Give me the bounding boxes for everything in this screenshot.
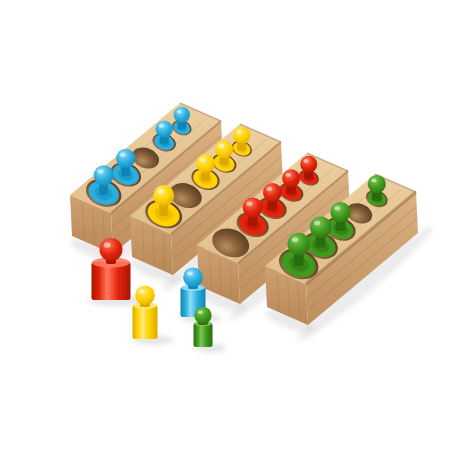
cylinder-knob [282,169,300,187]
cylinder-knob [153,185,174,206]
knob-highlight [334,206,340,210]
cylinder-knob [196,154,215,173]
cylinder-knob [233,127,250,144]
knob-highlight [286,173,291,177]
cylinder-knob [135,285,155,305]
cylinder-knob [156,120,173,137]
knob-highlight [198,310,203,314]
cylinder-knob [194,307,211,324]
cylinder-knob [174,107,190,123]
scene-canvas [0,0,452,452]
cylinder-knob [300,156,317,173]
knob-highlight [267,187,273,191]
knob-highlight [292,237,299,242]
knob-highlight [371,179,376,183]
knob-highlight [120,153,126,157]
cylinder-body [133,305,158,339]
cylinder-knob [183,267,203,287]
knob-highlight [246,202,252,206]
cylinder-body [194,323,213,347]
knob-highlight [187,271,193,275]
knob-highlight [314,221,320,226]
cylinder-knob [215,140,233,158]
cylinder-knob [243,198,263,218]
cylinder-knob [116,149,135,168]
cylinder-knob [100,238,123,261]
knob-highlight [104,243,111,248]
knob-highlight [303,159,308,163]
cylinder-knob [263,183,282,202]
product-photo-montessori-cylinders [0,0,452,452]
cylinder-knob [310,216,331,237]
cylinder-knob [330,202,350,222]
cylinder-knob [94,165,114,185]
knob-highlight [200,158,206,162]
knob-highlight [139,289,145,293]
cylinder-knob [368,175,386,193]
knob-highlight [97,169,103,173]
knob-highlight [236,130,241,134]
knob-highlight [157,189,163,194]
knob-highlight [159,124,164,128]
cylinder-knob [287,233,309,255]
knob-highlight [219,144,224,148]
cylinder-body [92,262,131,300]
knob-highlight [177,110,182,114]
